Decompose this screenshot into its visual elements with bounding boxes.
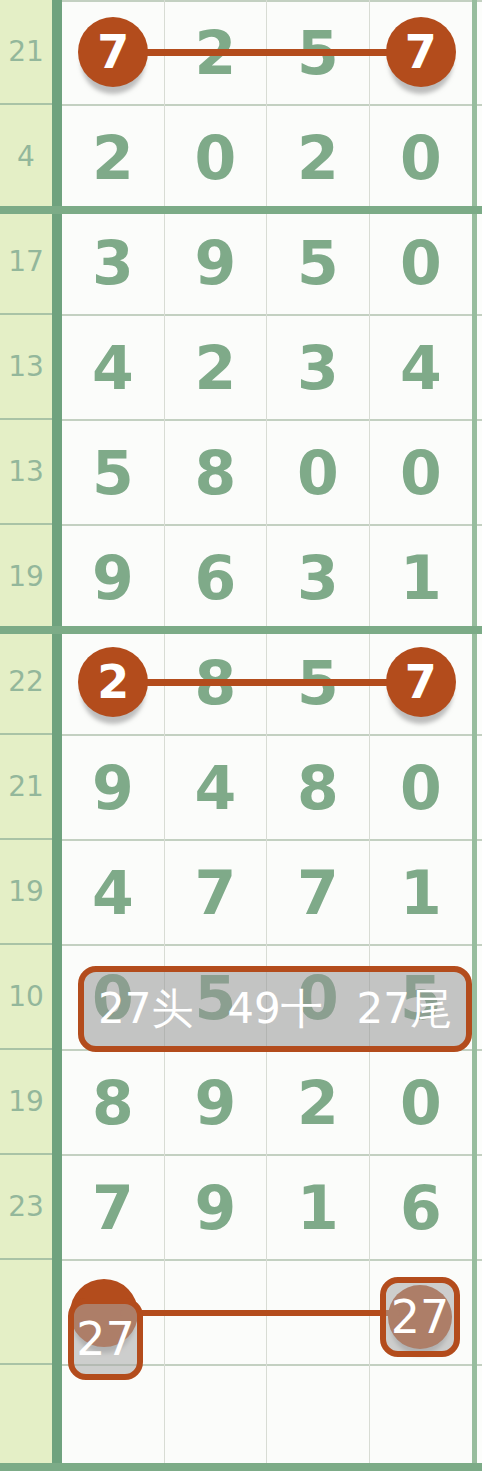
row-sum-label-6: 19 (0, 525, 52, 630)
digit-grid: 7257202039504234580096312857948047710505… (62, 0, 472, 1470)
row-sum-label-9: 19 (0, 840, 52, 945)
grid-cell-r3c2[interactable]: 9 (165, 210, 268, 315)
board: 21417131319222119101923 7257202039504234… (0, 0, 482, 1471)
grid-cell-r3c4[interactable]: 0 (370, 210, 473, 315)
section-divider-1 (0, 206, 482, 214)
grid-cell-r6c2[interactable]: 6 (165, 525, 268, 630)
row-sum-label-14 (0, 1365, 52, 1470)
connector-line-row-1 (113, 49, 421, 56)
grid-cell-r2c3[interactable]: 2 (267, 105, 370, 210)
grid-cell-r8c1[interactable]: 9 (62, 735, 165, 840)
grid-cell-r2c2[interactable]: 0 (165, 105, 268, 210)
grid-cell-r14c3[interactable] (267, 1365, 370, 1470)
grid-cell-r11c3[interactable]: 2 (267, 1050, 370, 1155)
grid-cell-r6c1[interactable]: 9 (62, 525, 165, 630)
row-sum-label-3: 17 (0, 210, 52, 315)
table-right-border (472, 0, 477, 1471)
grid-cell-r6c3[interactable]: 3 (267, 525, 370, 630)
grid-cell-r8c2[interactable]: 4 (165, 735, 268, 840)
row-sum-label-11: 19 (0, 1050, 52, 1155)
grid-cell-r14c1[interactable] (62, 1365, 165, 1470)
grid-cell-r2c1[interactable]: 2 (62, 105, 165, 210)
grid-cell-r2c4[interactable]: 0 (370, 105, 473, 210)
grid-cell-r4c4[interactable]: 4 (370, 315, 473, 420)
row-sum-label-13 (0, 1260, 52, 1365)
grid-cell-r14c4[interactable] (370, 1365, 473, 1470)
row-sum-label-7: 22 (0, 630, 52, 735)
badge-link-line (120, 1310, 400, 1316)
connector-line-row-7 (113, 679, 421, 686)
circled-digit-r7c1[interactable]: 2 (78, 647, 148, 717)
section-divider-bottom (0, 1463, 482, 1471)
grid-cell-r5c3[interactable]: 0 (267, 420, 370, 525)
badge-right-label: 27 (391, 1294, 450, 1340)
grid-cell-r3c1[interactable]: 3 (62, 210, 165, 315)
row-sum-label-5: 13 (0, 420, 52, 525)
row-sum-label-12: 23 (0, 1155, 52, 1260)
grid-cell-r9c3[interactable]: 7 (267, 840, 370, 945)
row-sum-label-8: 21 (0, 735, 52, 840)
overlay-label-head: 27头 (98, 988, 193, 1030)
grid-cell-r5c4[interactable]: 0 (370, 420, 473, 525)
grid-cell-r9c1[interactable]: 4 (62, 840, 165, 945)
grid-cell-r11c2[interactable]: 9 (165, 1050, 268, 1155)
badge-left-label: 27 (76, 1316, 135, 1362)
section-divider-2 (0, 626, 482, 634)
row-sum-label-10: 10 (0, 945, 52, 1050)
vertical-divider (52, 0, 62, 1471)
grid-cell-r6c4[interactable]: 1 (370, 525, 473, 630)
grid-cell-r4c2[interactable]: 2 (165, 315, 268, 420)
grid-cell-r9c2[interactable]: 7 (165, 840, 268, 945)
overlay-label-tail: 27尾 (357, 988, 452, 1030)
row-label-column: 21417131319222119101923 (0, 0, 52, 1471)
badge-left: 27 (68, 1298, 143, 1380)
grid-cell-r8c4[interactable]: 0 (370, 735, 473, 840)
grid-cell-r12c3[interactable]: 1 (267, 1155, 370, 1260)
overlay-banner: 27头 49十 27尾 (78, 966, 472, 1052)
grid-cell-r12c2[interactable]: 9 (165, 1155, 268, 1260)
grid-cell-r9c4[interactable]: 1 (370, 840, 473, 945)
circled-digit-r1c1[interactable]: 7 (78, 17, 148, 87)
grid-cell-r3c3[interactable]: 5 (267, 210, 370, 315)
grid-cell-r12c1[interactable]: 7 (62, 1155, 165, 1260)
grid-cell-r5c2[interactable]: 8 (165, 420, 268, 525)
row-sum-label-2: 4 (0, 105, 52, 210)
row-sum-label-1: 21 (0, 0, 52, 105)
grid-cell-r8c3[interactable]: 8 (267, 735, 370, 840)
grid-cell-r12c4[interactable]: 6 (370, 1155, 473, 1260)
grid-cell-r5c1[interactable]: 5 (62, 420, 165, 525)
grid-cell-r11c4[interactable]: 0 (370, 1050, 473, 1155)
grid-cell-r4c1[interactable]: 4 (62, 315, 165, 420)
circled-digit-r7c4[interactable]: 7 (386, 647, 456, 717)
grid-cell-r4c3[interactable]: 3 (267, 315, 370, 420)
grid-cell-r11c1[interactable]: 8 (62, 1050, 165, 1155)
row-sum-label-4: 13 (0, 315, 52, 420)
grid-cell-r14c2[interactable] (165, 1365, 268, 1470)
overlay-label-tens: 49十 (227, 988, 322, 1030)
circled-digit-r1c4[interactable]: 7 (386, 17, 456, 87)
badge-right: 27 (380, 1277, 460, 1357)
